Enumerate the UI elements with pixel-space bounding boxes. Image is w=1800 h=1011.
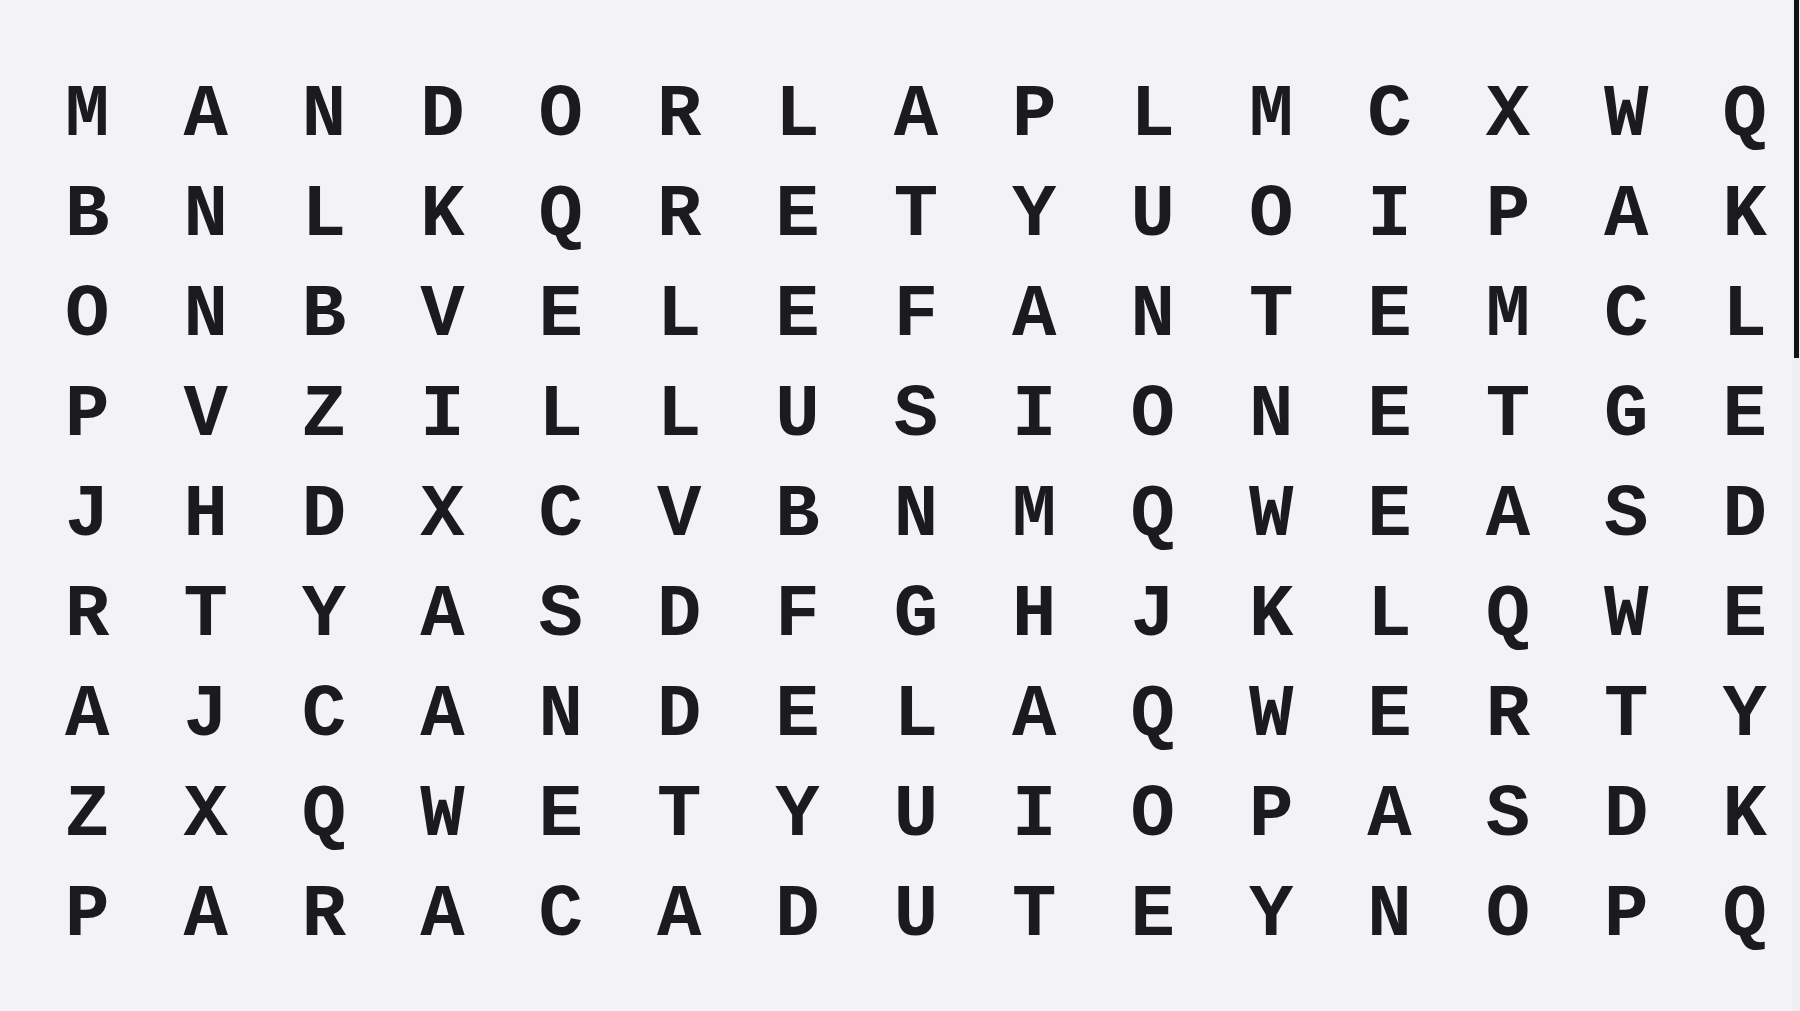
grid-cell[interactable]: N [146, 265, 264, 365]
grid-cell[interactable]: Z [28, 765, 146, 865]
grid-cell[interactable]: J [28, 465, 146, 565]
grid-cell[interactable]: I [975, 365, 1093, 465]
grid-cell[interactable]: N [502, 665, 620, 765]
grid-cell[interactable]: I [975, 765, 1093, 865]
grid-cell[interactable]: U [857, 765, 975, 865]
grid-cell[interactable]: A [975, 265, 1093, 365]
grid-cell[interactable]: B [28, 165, 146, 265]
grid-cell[interactable]: Y [265, 565, 383, 665]
grid-cell[interactable]: I [383, 365, 501, 465]
grid-cell[interactable]: T [1567, 665, 1685, 765]
grid-cell[interactable]: R [28, 565, 146, 665]
grid-cell[interactable]: Y [1685, 665, 1800, 765]
grid-cell[interactable]: P [28, 365, 146, 465]
grid-cell[interactable]: B [738, 465, 856, 565]
grid-cell[interactable]: Q [502, 165, 620, 265]
grid-cell[interactable]: R [265, 865, 383, 965]
grid-cell[interactable]: O [1094, 765, 1212, 865]
grid-cell[interactable]: D [620, 665, 738, 765]
grid-cell[interactable]: O [1449, 865, 1567, 965]
grid-cell[interactable]: E [1685, 365, 1800, 465]
grid-cell[interactable]: O [502, 65, 620, 165]
grid-cell[interactable]: L [1685, 265, 1800, 365]
grid-cell[interactable]: L [620, 365, 738, 465]
grid-cell[interactable]: R [1449, 665, 1567, 765]
grid-cell[interactable]: Q [265, 765, 383, 865]
grid-cell[interactable]: D [265, 465, 383, 565]
grid-cell[interactable]: S [1449, 765, 1567, 865]
grid-cell[interactable]: D [620, 565, 738, 665]
grid-cell[interactable]: E [1330, 665, 1448, 765]
grid-cell[interactable]: K [383, 165, 501, 265]
grid-cell[interactable]: N [146, 165, 264, 265]
grid-cell[interactable]: J [146, 665, 264, 765]
grid-cell[interactable]: W [1212, 665, 1330, 765]
grid-cell[interactable]: P [1567, 865, 1685, 965]
grid-cell[interactable]: A [1449, 465, 1567, 565]
grid-cell[interactable]: L [502, 365, 620, 465]
grid-cell[interactable]: C [502, 465, 620, 565]
grid-cell[interactable]: V [620, 465, 738, 565]
grid-cell[interactable]: D [738, 865, 856, 965]
grid-cell[interactable]: W [1212, 465, 1330, 565]
grid-cell[interactable]: M [1212, 65, 1330, 165]
word-search-grid: MANDORLAPLMCXWQBNLKQRETYUOIPAKONBVELEFAN… [28, 65, 1800, 965]
grid-cell[interactable]: P [1212, 765, 1330, 865]
grid-cell[interactable]: J [1094, 565, 1212, 665]
grid-cell[interactable]: K [1685, 165, 1800, 265]
grid-cell[interactable]: N [265, 65, 383, 165]
grid-cell[interactable]: P [28, 865, 146, 965]
grid-cell[interactable]: U [738, 365, 856, 465]
grid-cell[interactable]: T [146, 565, 264, 665]
scrollbar-thumb[interactable] [1794, 0, 1799, 358]
grid-cell[interactable]: X [1449, 65, 1567, 165]
grid-cell[interactable]: T [620, 765, 738, 865]
grid-cell[interactable]: Y [975, 165, 1093, 265]
grid-cell[interactable]: N [857, 465, 975, 565]
grid-cell[interactable]: R [620, 165, 738, 265]
grid-cell[interactable]: A [28, 665, 146, 765]
grid-cell[interactable]: H [146, 465, 264, 565]
grid-cell[interactable]: O [28, 265, 146, 365]
grid-cell[interactable]: F [738, 565, 856, 665]
grid-cell[interactable]: N [1212, 365, 1330, 465]
grid-cell[interactable]: L [1094, 65, 1212, 165]
grid-cell[interactable]: E [502, 765, 620, 865]
grid-cell[interactable]: G [1567, 365, 1685, 465]
grid-cell[interactable]: K [1212, 565, 1330, 665]
grid-cell[interactable]: M [1449, 265, 1567, 365]
grid-cell[interactable]: E [1330, 265, 1448, 365]
grid-cell[interactable]: C [265, 665, 383, 765]
grid-cell[interactable]: R [620, 65, 738, 165]
grid-cell[interactable]: S [857, 365, 975, 465]
grid-cell[interactable]: N [1330, 865, 1448, 965]
grid-cell[interactable]: Z [265, 365, 383, 465]
grid-cell[interactable]: T [1449, 365, 1567, 465]
grid-cell[interactable]: E [738, 665, 856, 765]
grid-cell[interactable]: E [502, 265, 620, 365]
grid-cell[interactable]: L [857, 665, 975, 765]
grid-cell[interactable]: A [857, 65, 975, 165]
grid-cell[interactable]: T [975, 865, 1093, 965]
grid-cell[interactable]: A [620, 865, 738, 965]
grid-cell[interactable]: W [1567, 565, 1685, 665]
grid-cell[interactable]: Y [738, 765, 856, 865]
grid-cell[interactable]: L [738, 65, 856, 165]
grid-cell[interactable]: T [1212, 265, 1330, 365]
grid-cell[interactable]: L [265, 165, 383, 265]
grid-cell[interactable]: K [1685, 765, 1800, 865]
grid-cell[interactable]: W [1567, 65, 1685, 165]
grid-cell[interactable]: A [1330, 765, 1448, 865]
grid-cell[interactable]: P [1449, 165, 1567, 265]
grid-cell[interactable]: V [146, 365, 264, 465]
grid-cell[interactable]: H [975, 565, 1093, 665]
grid-cell[interactable]: Q [1449, 565, 1567, 665]
grid-cell[interactable]: S [1567, 465, 1685, 565]
grid-cell[interactable]: A [975, 665, 1093, 765]
grid-cell[interactable]: X [383, 465, 501, 565]
grid-cell[interactable]: E [1330, 465, 1448, 565]
grid-cell[interactable]: U [1094, 165, 1212, 265]
grid-cell[interactable]: V [383, 265, 501, 365]
grid-cell[interactable]: Q [1094, 665, 1212, 765]
grid-cell[interactable]: A [146, 65, 264, 165]
grid-cell[interactable]: I [1330, 165, 1448, 265]
grid-cell[interactable]: T [857, 165, 975, 265]
grid-cell[interactable]: E [1094, 865, 1212, 965]
grid-cell[interactable]: E [738, 265, 856, 365]
grid-cell[interactable]: D [1685, 465, 1800, 565]
grid-cell[interactable]: A [383, 865, 501, 965]
grid-cell[interactable]: A [146, 865, 264, 965]
grid-cell[interactable]: A [1567, 165, 1685, 265]
scrollbar-track[interactable] [1792, 0, 1800, 1011]
grid-cell[interactable]: A [383, 565, 501, 665]
grid-cell[interactable]: C [1567, 265, 1685, 365]
grid-cell[interactable]: M [28, 65, 146, 165]
grid-cell[interactable]: L [1330, 565, 1448, 665]
grid-cell[interactable]: D [383, 65, 501, 165]
grid-cell[interactable]: Y [1212, 865, 1330, 965]
grid-cell[interactable]: X [146, 765, 264, 865]
grid-cell[interactable]: G [857, 565, 975, 665]
grid-cell[interactable]: M [975, 465, 1093, 565]
grid-cell[interactable]: E [738, 165, 856, 265]
grid-cell[interactable]: Q [1685, 65, 1800, 165]
grid-cell[interactable]: C [1330, 65, 1448, 165]
grid-cell[interactable]: A [383, 665, 501, 765]
grid-cell[interactable]: S [502, 565, 620, 665]
grid-cell[interactable]: C [502, 865, 620, 965]
grid-cell[interactable]: P [975, 65, 1093, 165]
grid-cell[interactable]: N [1094, 265, 1212, 365]
grid-cell[interactable]: E [1330, 365, 1448, 465]
grid-cell[interactable]: O [1094, 365, 1212, 465]
grid-cell[interactable]: B [265, 265, 383, 365]
grid-cell[interactable]: W [383, 765, 501, 865]
grid-cell[interactable]: Q [1685, 865, 1800, 965]
grid-cell[interactable]: O [1212, 165, 1330, 265]
grid-cell[interactable]: U [857, 865, 975, 965]
grid-cell[interactable]: D [1567, 765, 1685, 865]
grid-cell[interactable]: Q [1094, 465, 1212, 565]
grid-cell[interactable]: E [1685, 565, 1800, 665]
grid-cell[interactable]: F [857, 265, 975, 365]
grid-cell[interactable]: L [620, 265, 738, 365]
